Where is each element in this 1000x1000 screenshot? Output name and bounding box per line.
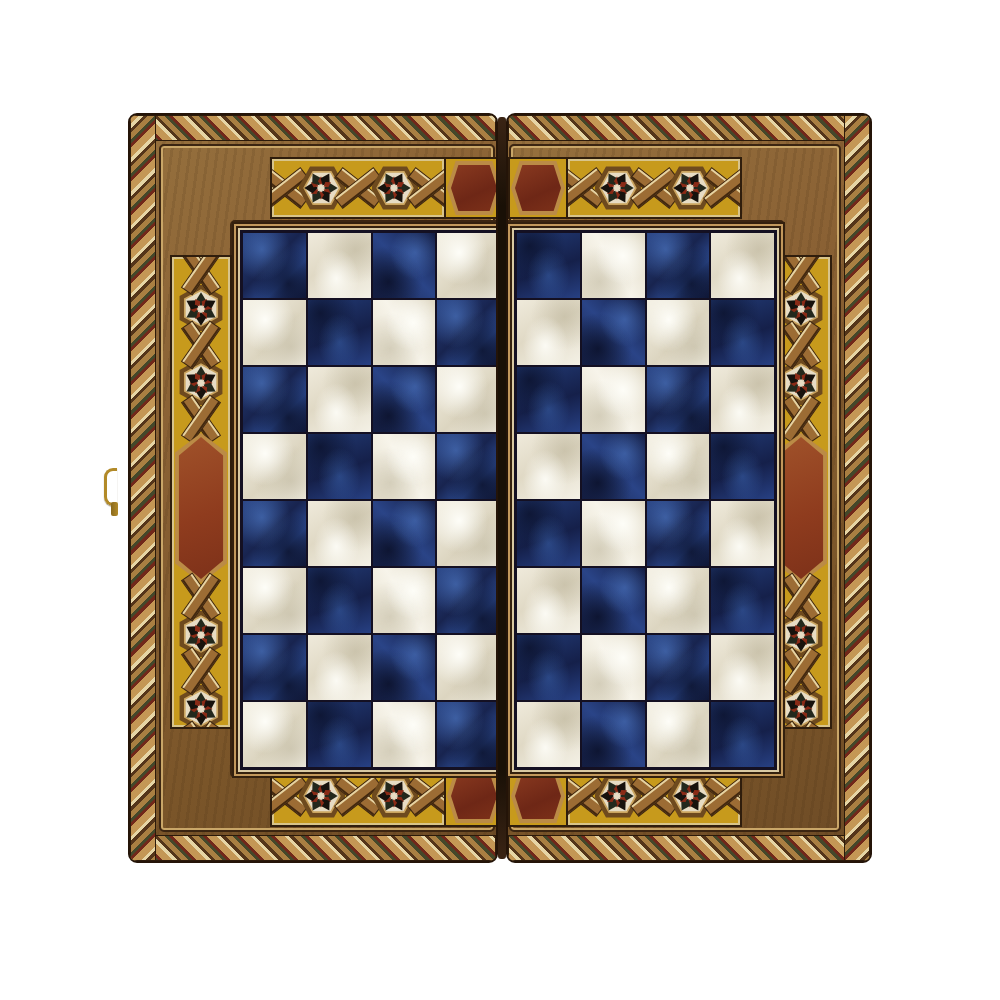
inlay-band-top (566, 157, 742, 219)
ribbon-x-icon (772, 257, 830, 285)
mosaic-star-rosette-icon (178, 611, 224, 657)
square-h5[interactable] (711, 434, 774, 499)
marquetry-stripe-border (844, 115, 870, 861)
square-e1[interactable] (517, 702, 580, 767)
square-f8[interactable] (582, 233, 645, 298)
square-b3[interactable] (308, 568, 371, 633)
square-d6[interactable] (437, 367, 498, 432)
square-a1[interactable] (243, 702, 306, 767)
ribbon-x-icon (568, 159, 594, 217)
square-c2[interactable] (373, 635, 436, 700)
ribbon-x-icon (641, 159, 667, 217)
ribbon-x-icon (772, 657, 830, 685)
chess-board (128, 113, 872, 863)
mosaic-star-rosette-icon (372, 773, 418, 819)
inlay-band-bottom (566, 765, 742, 827)
square-b6[interactable] (308, 367, 371, 432)
ribbon-x-icon (172, 331, 230, 359)
clasp-hook-icon (104, 468, 117, 506)
square-g6[interactable] (647, 367, 710, 432)
mosaic-star-rosette-icon (595, 773, 641, 819)
square-h2[interactable] (711, 635, 774, 700)
square-g4[interactable] (647, 501, 710, 566)
ribbon-x-icon (568, 767, 594, 825)
ribbon-x-icon (714, 159, 740, 217)
playfield-left-files-a-d (240, 230, 498, 770)
square-c6[interactable] (373, 367, 436, 432)
mosaic-star-rosette-icon (668, 773, 714, 819)
ribbon-x-icon (418, 159, 444, 217)
square-f1[interactable] (582, 702, 645, 767)
marquetry-stripe-border (508, 115, 870, 141)
ribbon-x-icon (345, 159, 371, 217)
square-c1[interactable] (373, 702, 436, 767)
inlay-band-bottom (270, 765, 446, 827)
mosaic-star-rosette-icon (299, 165, 345, 211)
inlay-band-right (770, 255, 832, 729)
mosaic-star-rosette-icon (778, 359, 824, 405)
ribbon-x-icon (772, 405, 830, 433)
ribbon-x-icon (345, 767, 371, 825)
mosaic-star-rosette-icon (778, 285, 824, 331)
square-b8[interactable] (308, 233, 371, 298)
mosaic-star-rosette-icon (595, 165, 641, 211)
square-c5[interactable] (373, 434, 436, 499)
ribbon-x-icon (272, 159, 298, 217)
red-inlay-panel (774, 433, 828, 583)
mosaic-star-rosette-icon (778, 611, 824, 657)
mosaic-star-rosette-icon (178, 359, 224, 405)
inlay-band-left (170, 255, 232, 729)
square-f4[interactable] (582, 501, 645, 566)
square-g7[interactable] (647, 300, 710, 365)
square-d7[interactable] (437, 300, 498, 365)
square-g3[interactable] (647, 568, 710, 633)
mosaic-star-rosette-icon (668, 165, 714, 211)
square-d3[interactable] (437, 568, 498, 633)
ribbon-x-icon (172, 583, 230, 611)
square-a2[interactable] (243, 635, 306, 700)
ribbon-x-icon (172, 657, 230, 685)
square-e4[interactable] (517, 501, 580, 566)
square-d4[interactable] (437, 501, 498, 566)
marquetry-stripe-border (130, 115, 156, 861)
square-f6[interactable] (582, 367, 645, 432)
square-c4[interactable] (373, 501, 436, 566)
ribbon-x-icon (714, 767, 740, 825)
square-e3[interactable] (517, 568, 580, 633)
mosaic-star-rosette-icon (178, 285, 224, 331)
square-h7[interactable] (711, 300, 774, 365)
playfield-right-files-e-h (514, 230, 777, 770)
square-h1[interactable] (711, 702, 774, 767)
ribbon-x-icon (772, 331, 830, 359)
mosaic-star-rosette-icon (372, 165, 418, 211)
hinge-seam (498, 117, 506, 859)
square-f2[interactable] (582, 635, 645, 700)
board-half-right (506, 113, 872, 863)
square-c7[interactable] (373, 300, 436, 365)
red-inlay-panel (444, 157, 498, 219)
square-a7[interactable] (243, 300, 306, 365)
brass-clasp (100, 466, 122, 518)
square-d5[interactable] (437, 434, 498, 499)
ribbon-x-icon (172, 257, 230, 285)
ribbon-x-icon (418, 767, 444, 825)
square-a5[interactable] (243, 434, 306, 499)
marquetry-stripe-border (508, 835, 870, 861)
square-b2[interactable] (308, 635, 371, 700)
square-a3[interactable] (243, 568, 306, 633)
inlay-band-top (270, 157, 446, 219)
square-b4[interactable] (308, 501, 371, 566)
clasp-foot-icon (111, 502, 118, 516)
square-a4[interactable] (243, 501, 306, 566)
square-e6[interactable] (517, 367, 580, 432)
square-b5[interactable] (308, 434, 371, 499)
red-inlay-panel (174, 433, 228, 583)
ribbon-x-icon (272, 767, 298, 825)
square-f5[interactable] (582, 434, 645, 499)
marquetry-stripe-border (130, 835, 496, 861)
square-d2[interactable] (437, 635, 498, 700)
red-inlay-panel (508, 157, 568, 219)
square-h6[interactable] (711, 367, 774, 432)
square-d1[interactable] (437, 702, 498, 767)
red-inlay-panel (508, 765, 568, 827)
square-e5[interactable] (517, 434, 580, 499)
mosaic-star-rosette-icon (178, 685, 224, 729)
marquetry-stripe-border (130, 115, 496, 141)
square-c3[interactable] (373, 568, 436, 633)
ribbon-x-icon (172, 405, 230, 433)
square-e2[interactable] (517, 635, 580, 700)
board-half-left (128, 113, 498, 863)
square-e8[interactable] (517, 233, 580, 298)
square-c8[interactable] (373, 233, 436, 298)
square-g8[interactable] (647, 233, 710, 298)
mosaic-star-rosette-icon (299, 773, 345, 819)
square-f7[interactable] (582, 300, 645, 365)
square-h8[interactable] (711, 233, 774, 298)
square-b7[interactable] (308, 300, 371, 365)
square-h4[interactable] (711, 501, 774, 566)
square-g2[interactable] (647, 635, 710, 700)
square-b1[interactable] (308, 702, 371, 767)
red-inlay-panel (444, 765, 498, 827)
square-f3[interactable] (582, 568, 645, 633)
square-g5[interactable] (647, 434, 710, 499)
square-a6[interactable] (243, 367, 306, 432)
square-a8[interactable] (243, 233, 306, 298)
square-g1[interactable] (647, 702, 710, 767)
ribbon-x-icon (772, 583, 830, 611)
square-h3[interactable] (711, 568, 774, 633)
ribbon-x-icon (641, 767, 667, 825)
square-d8[interactable] (437, 233, 498, 298)
mosaic-star-rosette-icon (778, 685, 824, 729)
square-e7[interactable] (517, 300, 580, 365)
